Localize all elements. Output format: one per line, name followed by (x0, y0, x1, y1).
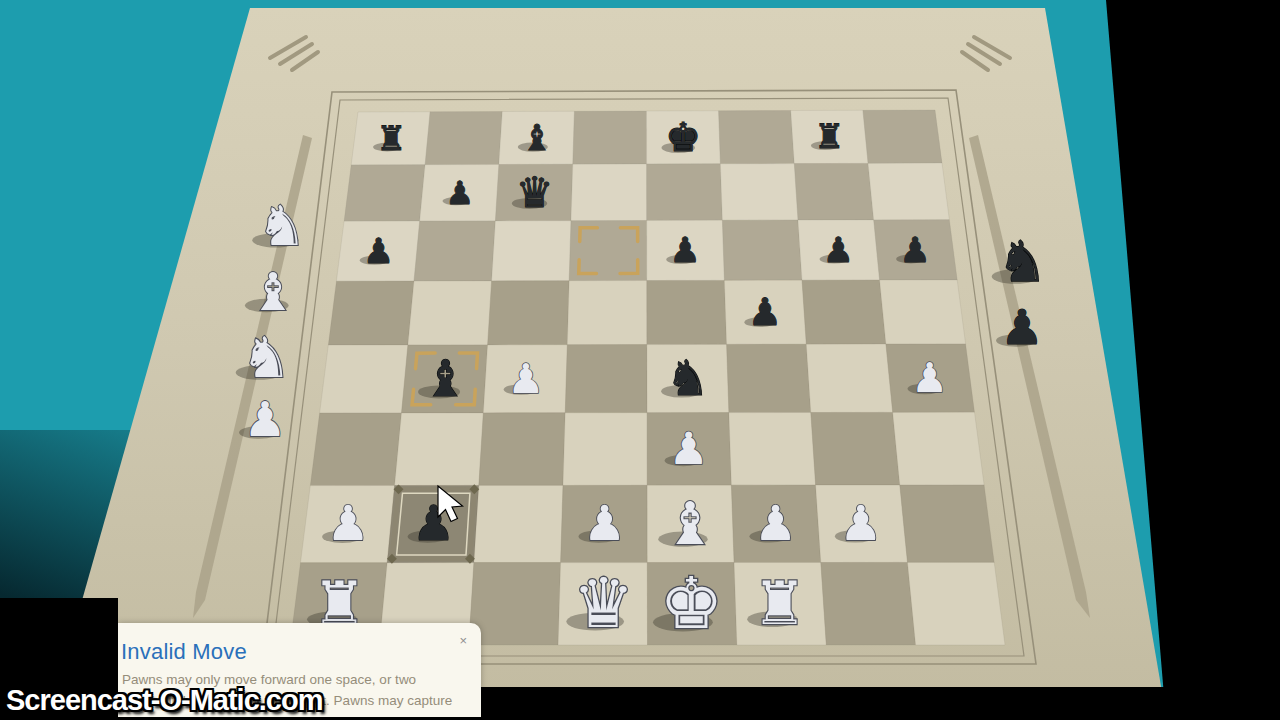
square-d4[interactable] (565, 345, 647, 413)
piece-black-rook-a8[interactable]: ♜ (376, 119, 406, 158)
piece-black-pawn-h6[interactable]: ♟ (899, 230, 930, 270)
square-h3[interactable] (893, 412, 984, 485)
piece-white-pawn-g2[interactable]: ♟ (839, 495, 882, 551)
piece-black-knight-e4[interactable]: ♞ (666, 350, 710, 406)
square-a3[interactable] (310, 413, 401, 486)
captured-black-pawn-2[interactable]: ♟ (1000, 299, 1043, 355)
square-g5[interactable] (802, 280, 886, 344)
piece-white-pawn-h4[interactable]: ♟ (911, 354, 948, 402)
piece-white-pawn-d2[interactable]: ♟ (583, 495, 626, 551)
piece-black-rook-g8[interactable]: ♜ (814, 117, 844, 156)
chess-board-scene: ♜♝♚♜♟♛♟♟♟♟♟♝♟♞♟♟♟♟♟♝♟♟♜♛♚♜ ♞♝♞♟♞♟ (0, 0, 1280, 720)
square-g3[interactable] (811, 412, 900, 485)
piece-black-queen-c7[interactable]: ♛ (516, 168, 554, 217)
square-h5[interactable] (880, 280, 966, 344)
piece-white-rook-f1[interactable]: ♜ (753, 569, 807, 638)
piece-black-bishop-b4[interactable]: ♝ (423, 350, 468, 408)
square-d3[interactable] (563, 413, 647, 486)
square-f4[interactable] (727, 344, 811, 412)
piece-black-pawn-b7[interactable]: ♟ (445, 174, 474, 212)
piece-white-bishop-e2[interactable]: ♝ (664, 489, 717, 558)
piece-white-pawn-a2[interactable]: ♟ (327, 495, 370, 551)
piece-black-pawn-f5[interactable]: ♟ (748, 290, 782, 334)
square-c5[interactable] (488, 281, 570, 345)
watermark: Screencast-O-Matic.com (6, 684, 322, 717)
piece-black-pawn-a6[interactable]: ♟ (363, 231, 394, 271)
distance-haze (336, 110, 957, 281)
piece-white-pawn-e3[interactable]: ♟ (669, 423, 709, 474)
piece-black-king-e8[interactable]: ♚ (665, 114, 701, 160)
piece-black-pawn-g6[interactable]: ♟ (823, 230, 854, 270)
square-c3[interactable] (479, 413, 565, 486)
video-frame: ♜♝♚♜♟♛♟♟♟♟♟♝♟♞♟♟♟♟♟♝♟♟♜♛♚♜ ♞♝♞♟♞♟ Invali… (0, 0, 1280, 720)
square-c1[interactable] (469, 563, 561, 645)
square-h1[interactable] (908, 562, 1006, 645)
square-g1[interactable] (821, 562, 916, 645)
piece-white-pawn-f2[interactable]: ♟ (754, 495, 797, 551)
square-b5[interactable] (408, 281, 492, 345)
piece-black-pawn-e6[interactable]: ♟ (670, 230, 701, 270)
square-a4[interactable] (320, 345, 408, 413)
piece-white-pawn-c4[interactable]: ♟ (507, 355, 544, 403)
captured-white-pawn-4[interactable]: ♟ (243, 391, 286, 447)
captured-white-knight-3[interactable]: ♞ (241, 325, 291, 390)
captured-white-knight-1[interactable]: ♞ (257, 194, 306, 258)
square-a5[interactable] (328, 281, 414, 345)
piece-white-king-e1[interactable]: ♚ (660, 562, 724, 645)
square-b3[interactable] (395, 413, 484, 486)
piece-white-queen-d1[interactable]: ♛ (573, 563, 635, 643)
piece-black-bishop-c8[interactable]: ♝ (521, 117, 553, 158)
captured-white-bishop-2[interactable]: ♝ (250, 262, 297, 322)
square-g4[interactable] (806, 344, 892, 412)
square-h2[interactable] (900, 485, 994, 562)
close-icon[interactable]: × (459, 633, 467, 648)
board-haze (336, 110, 957, 281)
square-e5[interactable] (647, 280, 727, 344)
toast-title: Invalid Move (121, 639, 247, 665)
square-d5[interactable] (567, 281, 647, 345)
square-f3[interactable] (729, 413, 816, 486)
square-c2[interactable] (474, 485, 563, 562)
captured-black-knight-1[interactable]: ♞ (997, 229, 1047, 294)
